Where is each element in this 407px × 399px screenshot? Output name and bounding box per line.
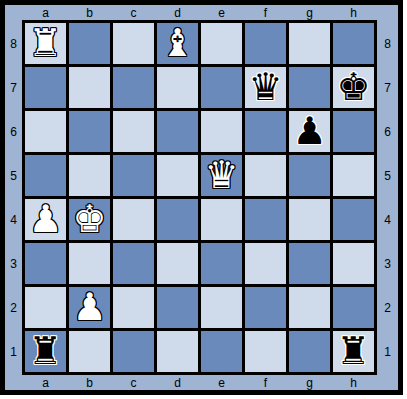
square-e3[interactable]: [201, 243, 242, 284]
square-b3[interactable]: [69, 243, 110, 284]
square-c3[interactable]: [113, 243, 154, 284]
square-e2[interactable]: [201, 287, 242, 328]
square-a6[interactable]: [25, 111, 66, 152]
white-queen-e5[interactable]: ♛: [204, 155, 238, 196]
square-h2[interactable]: [333, 287, 374, 328]
chess-board: ♜♝♛♚♟♛♟♚♟♜♜: [22, 20, 377, 375]
square-g6[interactable]: ♟: [289, 111, 330, 152]
square-f4[interactable]: [245, 199, 286, 240]
white-pawn-a4[interactable]: ♟: [28, 199, 62, 240]
square-a2[interactable]: [25, 287, 66, 328]
rank-label-right-2: 2: [377, 287, 398, 328]
square-f3[interactable]: [245, 243, 286, 284]
rank-label-left-1: 1: [5, 331, 22, 372]
square-h7[interactable]: ♚: [333, 67, 374, 108]
square-e5[interactable]: ♛: [201, 155, 242, 196]
black-rook-h1[interactable]: ♜: [336, 331, 370, 372]
file-label-top-h: h: [333, 5, 374, 20]
square-e6[interactable]: [201, 111, 242, 152]
file-label-bottom-a: a: [25, 375, 66, 390]
square-a8[interactable]: ♜: [25, 23, 66, 64]
square-f5[interactable]: [245, 155, 286, 196]
rank-label-left-8: 8: [5, 23, 22, 64]
square-a7[interactable]: [25, 67, 66, 108]
rank-label-left-6: 6: [5, 111, 22, 152]
square-d3[interactable]: [157, 243, 198, 284]
square-d1[interactable]: [157, 331, 198, 372]
square-e8[interactable]: [201, 23, 242, 64]
file-label-bottom-d: d: [157, 375, 198, 390]
rank-label-right-5: 5: [377, 155, 398, 196]
rank-label-left-5: 5: [5, 155, 22, 196]
square-g2[interactable]: [289, 287, 330, 328]
square-g7[interactable]: [289, 67, 330, 108]
file-label-top-b: b: [69, 5, 110, 20]
rank-label-right-1: 1: [377, 331, 398, 372]
square-c1[interactable]: [113, 331, 154, 372]
square-e4[interactable]: [201, 199, 242, 240]
square-a3[interactable]: [25, 243, 66, 284]
square-h3[interactable]: [333, 243, 374, 284]
rank-label-left-4: 4: [5, 199, 22, 240]
file-labels-top: abcdefgh: [22, 5, 377, 20]
square-e7[interactable]: [201, 67, 242, 108]
rank-label-right-6: 6: [377, 111, 398, 152]
file-label-top-g: g: [289, 5, 330, 20]
rank-labels-right: 87654321: [377, 20, 398, 375]
square-e1[interactable]: [201, 331, 242, 372]
square-g8[interactable]: [289, 23, 330, 64]
square-d7[interactable]: [157, 67, 198, 108]
square-c7[interactable]: [113, 67, 154, 108]
rank-label-left-7: 7: [5, 67, 22, 108]
file-label-top-d: d: [157, 5, 198, 20]
black-king-h7[interactable]: ♚: [336, 67, 370, 108]
white-rook-a8[interactable]: ♜: [28, 23, 62, 64]
square-g3[interactable]: [289, 243, 330, 284]
square-a1[interactable]: ♜: [25, 331, 66, 372]
file-label-bottom-c: c: [113, 375, 154, 390]
square-f2[interactable]: [245, 287, 286, 328]
square-f7[interactable]: ♛: [245, 67, 286, 108]
square-d2[interactable]: [157, 287, 198, 328]
square-d8[interactable]: ♝: [157, 23, 198, 64]
square-b5[interactable]: [69, 155, 110, 196]
square-d5[interactable]: [157, 155, 198, 196]
file-label-top-f: f: [245, 5, 286, 20]
square-h5[interactable]: [333, 155, 374, 196]
file-label-top-c: c: [113, 5, 154, 20]
square-h1[interactable]: ♜: [333, 331, 374, 372]
square-d4[interactable]: [157, 199, 198, 240]
black-queen-f7[interactable]: ♛: [248, 67, 282, 108]
file-labels-bottom: abcdefgh: [22, 375, 377, 390]
page: abcdefgh abcdefgh 87654321 87654321 ♜♝♛♚…: [0, 0, 407, 399]
square-b6[interactable]: [69, 111, 110, 152]
square-f6[interactable]: [245, 111, 286, 152]
rank-label-right-4: 4: [377, 199, 398, 240]
rank-label-left-3: 3: [5, 243, 22, 284]
file-label-top-e: e: [201, 5, 242, 20]
rank-label-left-2: 2: [5, 287, 22, 328]
square-b7[interactable]: [69, 67, 110, 108]
black-pawn-g6[interactable]: ♟: [292, 111, 326, 152]
file-label-bottom-h: h: [333, 375, 374, 390]
square-g5[interactable]: [289, 155, 330, 196]
rank-label-right-8: 8: [377, 23, 398, 64]
chess-widget: abcdefgh abcdefgh 87654321 87654321 ♜♝♛♚…: [0, 0, 403, 395]
square-g4[interactable]: [289, 199, 330, 240]
file-label-bottom-f: f: [245, 375, 286, 390]
square-f8[interactable]: [245, 23, 286, 64]
white-bishop-d8[interactable]: ♝: [160, 23, 194, 64]
square-c8[interactable]: [113, 23, 154, 64]
square-h6[interactable]: [333, 111, 374, 152]
square-b2[interactable]: ♟: [69, 287, 110, 328]
white-pawn-b2[interactable]: ♟: [72, 287, 106, 328]
file-label-bottom-e: e: [201, 375, 242, 390]
square-f1[interactable]: [245, 331, 286, 372]
square-a5[interactable]: [25, 155, 66, 196]
square-c4[interactable]: [113, 199, 154, 240]
white-king-b4[interactable]: ♚: [72, 199, 106, 240]
square-c5[interactable]: [113, 155, 154, 196]
rank-labels-left: 87654321: [5, 20, 22, 375]
square-c2[interactable]: [113, 287, 154, 328]
rank-label-right-7: 7: [377, 67, 398, 108]
rank-label-right-3: 3: [377, 243, 398, 284]
square-b4[interactable]: ♚: [69, 199, 110, 240]
square-c6[interactable]: [113, 111, 154, 152]
square-h8[interactable]: [333, 23, 374, 64]
square-d6[interactable]: [157, 111, 198, 152]
square-a4[interactable]: ♟: [25, 199, 66, 240]
black-rook-a1[interactable]: ♜: [28, 331, 62, 372]
square-b8[interactable]: [69, 23, 110, 64]
square-b1[interactable]: [69, 331, 110, 372]
file-label-bottom-g: g: [289, 375, 330, 390]
file-label-top-a: a: [25, 5, 66, 20]
square-h4[interactable]: [333, 199, 374, 240]
file-label-bottom-b: b: [69, 375, 110, 390]
square-g1[interactable]: [289, 331, 330, 372]
